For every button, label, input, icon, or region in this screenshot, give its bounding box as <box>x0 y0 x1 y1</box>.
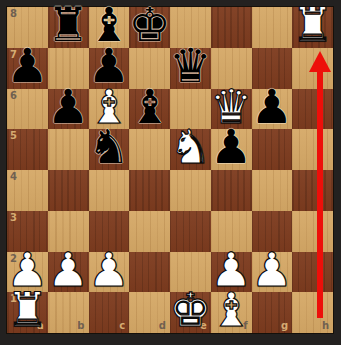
file-label-d: d <box>159 321 166 331</box>
square-h6[interactable] <box>292 89 333 130</box>
piece-white-rook[interactable]: ♜ <box>292 5 334 46</box>
file-label-g: g <box>281 321 288 331</box>
square-d5[interactable] <box>129 129 170 170</box>
piece-black-pawn[interactable]: ♟ <box>6 46 48 87</box>
square-g6[interactable]: ♟ <box>252 89 293 130</box>
square-a6[interactable]: 6 <box>7 89 48 130</box>
square-f5[interactable]: ♟ <box>211 129 252 170</box>
square-f1[interactable]: f♝ <box>211 292 252 333</box>
square-c2[interactable]: ♟ <box>89 252 130 293</box>
square-b1[interactable]: b <box>48 292 89 333</box>
square-f4[interactable] <box>211 170 252 211</box>
square-d3[interactable] <box>129 211 170 252</box>
chess-board: 8♜♝♚♜7♟♟♛6♟♝♝♛♟5♞♞♟432♟♟♟♟♟1a♜bcde♚f♝gh <box>7 7 333 333</box>
square-e1[interactable]: e♚ <box>170 292 211 333</box>
square-d2[interactable] <box>129 252 170 293</box>
square-d1[interactable]: d <box>129 292 170 333</box>
piece-black-pawn[interactable]: ♟ <box>47 87 89 128</box>
piece-white-pawn[interactable]: ♟ <box>88 250 130 291</box>
square-b8[interactable]: ♜ <box>48 7 89 48</box>
square-e4[interactable] <box>170 170 211 211</box>
square-g8[interactable] <box>252 7 293 48</box>
file-label-c: c <box>119 321 125 331</box>
square-f8[interactable] <box>211 7 252 48</box>
square-g1[interactable]: g <box>252 292 293 333</box>
square-c1[interactable]: c <box>89 292 130 333</box>
square-h3[interactable] <box>292 211 333 252</box>
piece-white-knight[interactable]: ♞ <box>169 127 211 168</box>
piece-black-queen[interactable]: ♛ <box>169 46 211 87</box>
square-d8[interactable]: ♚ <box>129 7 170 48</box>
piece-black-pawn[interactable]: ♟ <box>210 127 252 168</box>
square-c4[interactable] <box>89 170 130 211</box>
square-h8[interactable]: ♜ <box>292 7 333 48</box>
square-e7[interactable]: ♛ <box>170 48 211 89</box>
square-h4[interactable] <box>292 170 333 211</box>
square-b2[interactable]: ♟ <box>48 252 89 293</box>
piece-white-rook[interactable]: ♜ <box>6 290 48 331</box>
file-label-b: b <box>77 321 84 331</box>
screen-background: 8♜♝♚♜7♟♟♛6♟♝♝♛♟5♞♞♟432♟♟♟♟♟1a♜bcde♚f♝gh <box>0 0 341 345</box>
piece-black-pawn[interactable]: ♟ <box>251 87 293 128</box>
square-b4[interactable] <box>48 170 89 211</box>
square-a7[interactable]: 7♟ <box>7 48 48 89</box>
rank-label-4: 4 <box>10 172 17 182</box>
piece-white-bishop[interactable]: ♝ <box>210 290 252 331</box>
piece-black-rook[interactable]: ♜ <box>47 5 89 46</box>
square-h2[interactable] <box>292 252 333 293</box>
square-a5[interactable]: 5 <box>7 129 48 170</box>
square-h7[interactable] <box>292 48 333 89</box>
file-label-h: h <box>322 321 329 331</box>
square-e3[interactable] <box>170 211 211 252</box>
square-a4[interactable]: 4 <box>7 170 48 211</box>
square-c5[interactable]: ♞ <box>89 129 130 170</box>
piece-white-pawn[interactable]: ♟ <box>47 250 89 291</box>
rank-label-8: 8 <box>10 9 17 19</box>
square-b6[interactable]: ♟ <box>48 89 89 130</box>
square-g5[interactable] <box>252 129 293 170</box>
rank-label-6: 6 <box>10 91 17 101</box>
square-e5[interactable]: ♞ <box>170 129 211 170</box>
square-d4[interactable] <box>129 170 170 211</box>
piece-black-knight[interactable]: ♞ <box>88 127 130 168</box>
rank-label-3: 3 <box>10 213 17 223</box>
piece-white-pawn[interactable]: ♟ <box>251 250 293 291</box>
square-h1[interactable]: h <box>292 292 333 333</box>
rank-label-5: 5 <box>10 131 17 141</box>
square-g4[interactable] <box>252 170 293 211</box>
piece-white-king[interactable]: ♚ <box>169 290 211 331</box>
square-a1[interactable]: 1a♜ <box>7 292 48 333</box>
square-g2[interactable]: ♟ <box>252 252 293 293</box>
piece-black-bishop[interactable]: ♝ <box>129 87 171 128</box>
piece-black-king[interactable]: ♚ <box>129 5 171 46</box>
square-d6[interactable]: ♝ <box>129 89 170 130</box>
square-b5[interactable] <box>48 129 89 170</box>
square-h5[interactable] <box>292 129 333 170</box>
